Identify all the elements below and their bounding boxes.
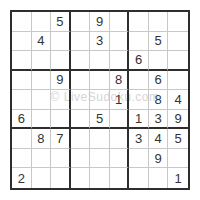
cell-r7c9[interactable]: 5	[168, 129, 188, 149]
cell-r6c7[interactable]: 1	[129, 110, 149, 130]
cell-r8c8[interactable]: 9	[149, 149, 169, 169]
cell-r6c1[interactable]: 6	[12, 110, 32, 130]
cell-r8c9[interactable]	[168, 149, 188, 169]
cell-r4c2[interactable]	[32, 71, 52, 91]
cell-r3c4[interactable]	[71, 51, 91, 71]
cell-r9c5[interactable]	[90, 168, 110, 188]
cell-r9c2[interactable]	[32, 168, 52, 188]
cell-r3c6[interactable]	[110, 51, 130, 71]
cell-r1c5[interactable]: 9	[90, 12, 110, 32]
cell-r4c3[interactable]: 9	[51, 71, 71, 91]
cell-r7c6[interactable]	[110, 129, 130, 149]
cell-r7c1[interactable]	[12, 129, 32, 149]
cell-r5c3[interactable]	[51, 90, 71, 110]
sudoku-board: 5 9 4 3 5 6 9 8 6	[10, 10, 190, 190]
cell-r6c2[interactable]	[32, 110, 52, 130]
cell-r9c8[interactable]	[149, 168, 169, 188]
cell-r6c5[interactable]: 5	[90, 110, 110, 130]
cell-r2c3[interactable]	[51, 32, 71, 52]
cell-r6c4[interactable]	[71, 110, 91, 130]
cell-r2c1[interactable]	[12, 32, 32, 52]
cell-r4c7[interactable]	[129, 71, 149, 91]
cell-r9c4[interactable]	[71, 168, 91, 188]
cell-r3c1[interactable]	[12, 51, 32, 71]
sudoku-puzzle: © LiveSudoku.com 5 9 4 3 5 6 9	[0, 0, 200, 200]
cell-r3c3[interactable]	[51, 51, 71, 71]
cell-r5c5[interactable]	[90, 90, 110, 110]
cell-r7c3[interactable]: 7	[51, 129, 71, 149]
cell-r4c9[interactable]	[168, 71, 188, 91]
cell-r8c1[interactable]	[12, 149, 32, 169]
cell-r2c2[interactable]: 4	[32, 32, 52, 52]
cell-r9c3[interactable]	[51, 168, 71, 188]
cell-r2c9[interactable]	[168, 32, 188, 52]
cell-r1c3[interactable]: 5	[51, 12, 71, 32]
cell-r4c4[interactable]	[71, 71, 91, 91]
cell-r8c5[interactable]	[90, 149, 110, 169]
cell-r5c1[interactable]	[12, 90, 32, 110]
cell-r8c4[interactable]	[71, 149, 91, 169]
cell-r5c6[interactable]: 1	[110, 90, 130, 110]
cell-r3c2[interactable]	[32, 51, 52, 71]
cell-r1c1[interactable]	[12, 12, 32, 32]
cell-r7c5[interactable]	[90, 129, 110, 149]
cell-r2c8[interactable]: 5	[149, 32, 169, 52]
cell-r2c4[interactable]	[71, 32, 91, 52]
cell-r3c9[interactable]	[168, 51, 188, 71]
cell-r6c8[interactable]: 3	[149, 110, 169, 130]
cell-r7c2[interactable]: 8	[32, 129, 52, 149]
cell-r4c8[interactable]: 6	[149, 71, 169, 91]
cell-r7c8[interactable]: 4	[149, 129, 169, 149]
cell-r9c9[interactable]: 1	[168, 168, 188, 188]
cell-r5c9[interactable]: 4	[168, 90, 188, 110]
cell-r1c2[interactable]	[32, 12, 52, 32]
cell-r2c6[interactable]	[110, 32, 130, 52]
cell-r1c6[interactable]	[110, 12, 130, 32]
cell-r6c9[interactable]: 9	[168, 110, 188, 130]
cell-r6c6[interactable]	[110, 110, 130, 130]
cell-r4c5[interactable]	[90, 71, 110, 91]
cell-r7c4[interactable]	[71, 129, 91, 149]
cell-r1c9[interactable]	[168, 12, 188, 32]
cell-r2c5[interactable]: 3	[90, 32, 110, 52]
cell-r7c7[interactable]: 3	[129, 129, 149, 149]
cell-r8c2[interactable]	[32, 149, 52, 169]
cell-r2c7[interactable]	[129, 32, 149, 52]
cell-r9c6[interactable]	[110, 168, 130, 188]
cell-r5c7[interactable]	[129, 90, 149, 110]
cell-r6c3[interactable]	[51, 110, 71, 130]
cell-r4c6[interactable]: 8	[110, 71, 130, 91]
cell-r1c8[interactable]	[149, 12, 169, 32]
cell-r8c3[interactable]	[51, 149, 71, 169]
cell-r4c1[interactable]	[12, 71, 32, 91]
cell-r8c7[interactable]	[129, 149, 149, 169]
cell-r1c7[interactable]	[129, 12, 149, 32]
cell-r5c2[interactable]	[32, 90, 52, 110]
cell-r8c6[interactable]	[110, 149, 130, 169]
cell-r3c7[interactable]: 6	[129, 51, 149, 71]
cell-r5c8[interactable]: 8	[149, 90, 169, 110]
cell-r9c1[interactable]: 2	[12, 168, 32, 188]
cell-r5c4[interactable]	[71, 90, 91, 110]
cell-r3c5[interactable]	[90, 51, 110, 71]
cell-r3c8[interactable]	[149, 51, 169, 71]
cell-r9c7[interactable]	[129, 168, 149, 188]
cell-r1c4[interactable]	[71, 12, 91, 32]
